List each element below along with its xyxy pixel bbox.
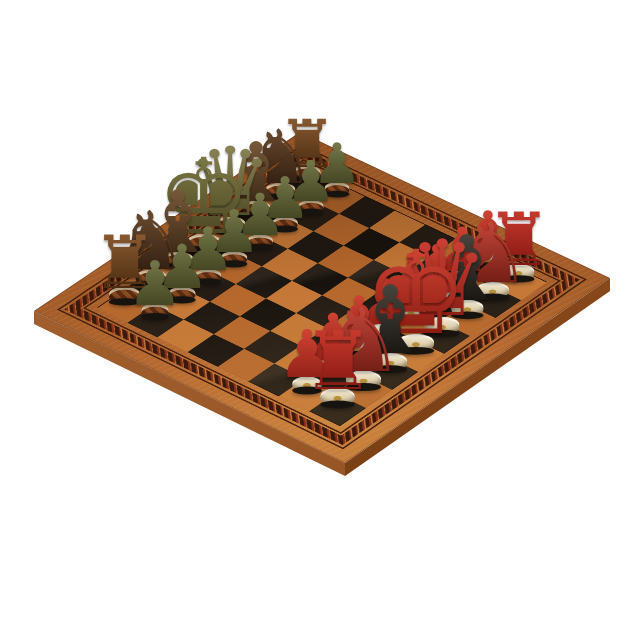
green-pawn-figure: ♟ [128,259,183,310]
piece-green-pawn[interactable]: ♟ [128,259,183,320]
product-photo-scene: ♜♟♟♜♞♟♟♞♝♟♟♝♛♟♟♛♚♟♟♚♝♟♟♝♞♟♟♞♜♟♟♜ [0,0,625,625]
piece-red-rook[interactable]: ♜ [301,329,373,409]
red-rook-figure: ♜ [301,329,373,395]
